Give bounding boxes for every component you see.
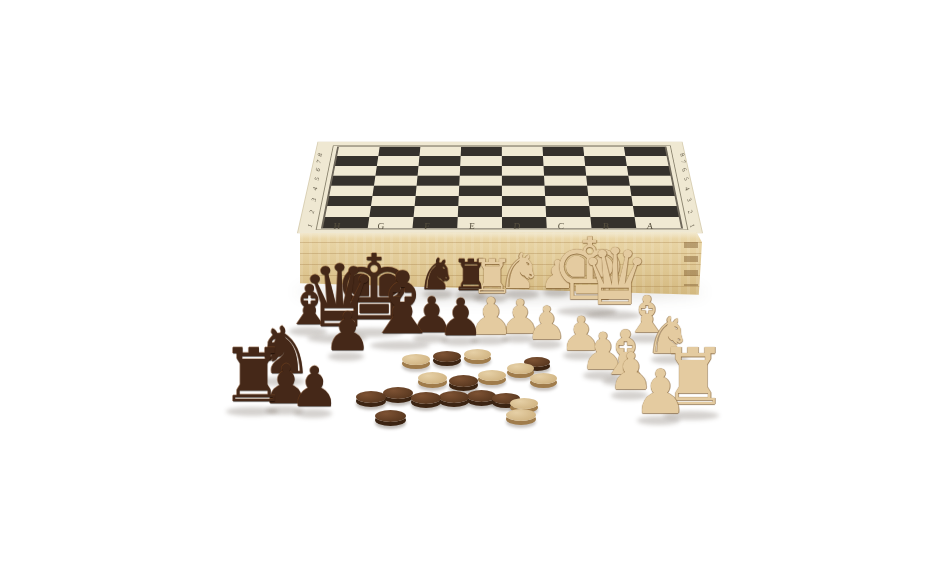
checker-disc-light[interactable] [506,409,536,421]
board-square [372,186,416,196]
board-square [335,156,378,166]
board-square [414,206,459,217]
checker-disc-dark[interactable] [375,410,406,422]
pawn-glyph: ♟ [324,305,368,358]
checker-disc-dark[interactable] [433,351,461,362]
board-square [545,186,589,196]
pawn-glyph: ♟ [438,292,481,343]
chess-piece-dark-bishop[interactable]: ♝ [364,260,436,348]
checker-disc-light[interactable] [478,370,506,381]
board-square [633,206,679,217]
board-square [630,186,675,196]
board-square [460,166,502,176]
board-square [631,196,676,206]
checker-disc-light[interactable] [402,354,430,365]
file-label: H [315,221,360,231]
board-square [502,156,544,166]
board-square [459,186,502,196]
board-square [502,196,546,206]
board-square [502,186,545,196]
board-square [371,196,416,206]
checker-disc-dark[interactable] [449,375,478,387]
board-square [627,166,671,176]
board-square [325,206,371,217]
board-square [502,166,544,176]
board-square [583,147,625,156]
board-square [417,176,460,186]
board-square [588,196,633,206]
checker-disc-light[interactable] [418,372,447,384]
board-square [584,156,627,166]
board-square [329,186,374,196]
board-square [458,196,502,206]
chess-piece-light-pawn[interactable]: ♟ [633,361,684,423]
board-square [585,166,628,176]
checker-disc-dark[interactable] [439,391,469,403]
board-square [460,156,502,166]
chess-piece-dark-pawn[interactable]: ♟ [290,360,336,416]
board-square [586,176,630,186]
board-square [374,176,418,186]
board-square [418,166,461,176]
file-label: A [628,221,673,231]
board-square [419,147,461,156]
board-square [502,206,546,217]
checker-disc-dark[interactable] [383,387,413,399]
file-label: F [405,221,450,231]
board-square [416,186,460,196]
board-square [544,166,587,176]
board-square [502,176,545,186]
board-square [628,176,672,186]
board-square [369,206,414,217]
board-square [378,147,420,156]
product-photo-canvas: HGFEDCBA1122334455667788 ♜♞♟♟♝♛♟♚♝♟♟♞♜♜♟… [0,0,946,569]
chess-box-lid [298,142,702,233]
file-label: E [450,221,495,231]
file-label: G [359,221,404,231]
board-square [543,147,585,156]
board-square [337,147,380,156]
board-square [333,166,377,176]
board-square [589,206,634,217]
board-square [415,196,459,206]
board-square [587,186,631,196]
pawn-glyph: ♟ [633,361,684,422]
board-square [327,196,372,206]
board-square [377,156,420,166]
chess-piece-dark-pawn[interactable]: ♟ [324,305,368,359]
board-square [544,176,587,186]
board-square [545,196,589,206]
board-square [624,147,667,156]
board-square [419,156,461,166]
chess-piece-dark-pawn[interactable]: ♟ [438,292,481,344]
board-square [459,176,502,186]
bishop-glyph: ♝ [364,260,436,346]
rook-glyph: ♜ [221,338,283,412]
board-square [458,206,502,217]
chess-piece-dark-rook[interactable]: ♜ [221,338,283,414]
checker-disc-light[interactable] [507,363,534,374]
pawn-glyph: ♟ [290,360,336,415]
board-square [375,166,418,176]
board-square [543,156,585,166]
board-square [461,147,502,156]
checker-disc-light[interactable] [510,398,538,409]
file-label: D [495,221,540,231]
board-square [502,147,543,156]
checker-disc-dark[interactable] [356,391,386,403]
board-square [331,176,375,186]
checker-disc-dark[interactable] [411,392,441,404]
checker-disc-light[interactable] [464,349,491,360]
checker-disc-light[interactable] [530,373,557,384]
chess-board [321,146,683,228]
board-square [625,156,668,166]
board-square [546,206,591,217]
